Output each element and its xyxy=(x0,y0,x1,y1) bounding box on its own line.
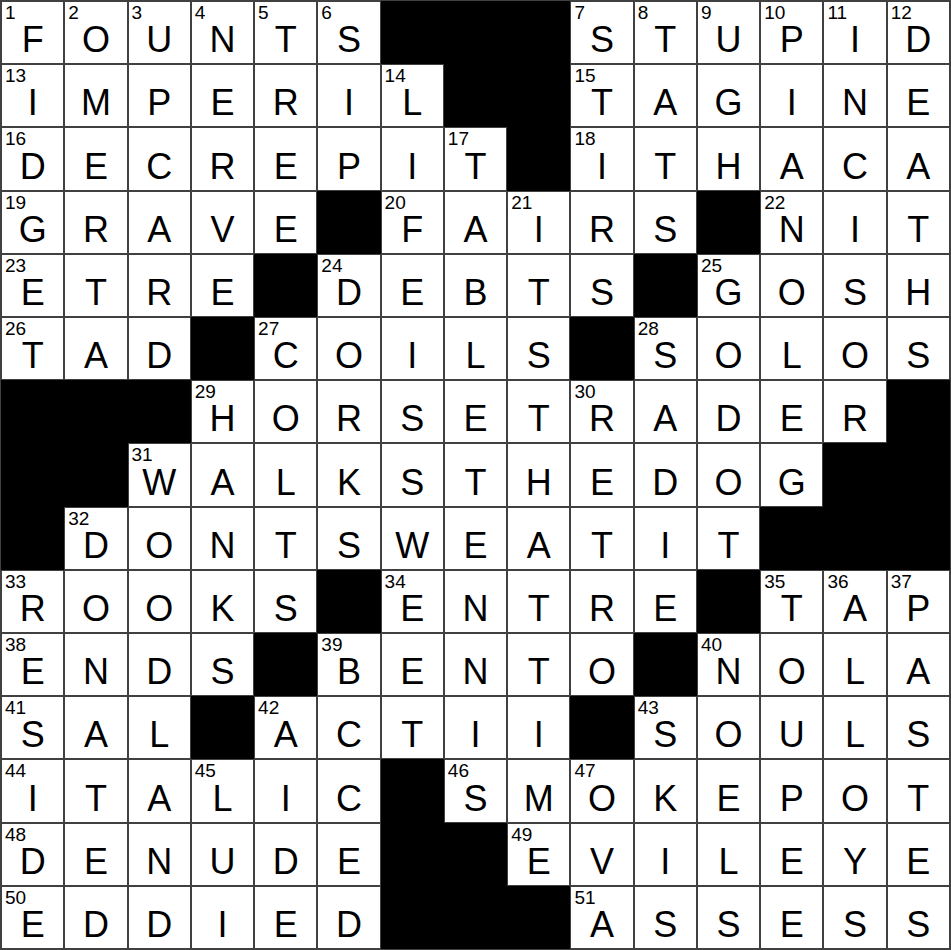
block-r1c8 xyxy=(444,1,507,64)
cell-letter: D xyxy=(255,844,316,880)
cell-letter: D xyxy=(698,401,759,437)
cell-letter: O xyxy=(571,781,632,817)
cell-letter: R xyxy=(129,275,190,311)
block-r9c1 xyxy=(1,507,64,570)
cell-letter: E xyxy=(192,85,253,121)
cell-r12c11[interactable]: 43S xyxy=(634,696,697,759)
cell-letter: T xyxy=(255,22,316,58)
cell-r7c14[interactable]: R xyxy=(823,380,886,443)
cell-r2c2[interactable]: M xyxy=(64,64,127,127)
cell-r12c15[interactable]: S xyxy=(887,696,950,759)
cell-r4c11[interactable]: S xyxy=(634,191,697,254)
cell-r10c3[interactable]: O xyxy=(128,570,191,633)
cell-r14c4[interactable]: U xyxy=(191,823,254,886)
cell-r4c9[interactable]: 21I xyxy=(507,191,570,254)
cell-letter: L xyxy=(698,844,759,880)
cell-letter: I xyxy=(2,781,63,817)
cell-r10c15[interactable]: 37P xyxy=(887,570,950,633)
cell-letter: A xyxy=(192,465,253,501)
clue-number: 4 xyxy=(195,3,206,22)
cell-letter: A xyxy=(571,907,632,943)
cell-r15c6[interactable]: D xyxy=(317,886,380,949)
cell-r9c7[interactable]: W xyxy=(381,507,444,570)
cell-r8c6[interactable]: K xyxy=(317,443,380,506)
cell-r3c7[interactable]: I xyxy=(381,127,444,190)
cell-r15c12[interactable]: S xyxy=(697,886,760,949)
cell-r11c13[interactable]: O xyxy=(760,633,823,696)
cell-letter: C xyxy=(318,717,379,753)
cell-r12c7[interactable]: T xyxy=(381,696,444,759)
cell-r4c1[interactable]: 19G xyxy=(1,191,64,254)
cell-r13c14[interactable]: O xyxy=(823,759,886,822)
cell-r11c3[interactable]: D xyxy=(128,633,191,696)
cell-letter: A xyxy=(65,338,126,374)
cell-r5c14[interactable]: S xyxy=(823,254,886,317)
cell-r3c4[interactable]: R xyxy=(191,127,254,190)
cell-r2c3[interactable]: P xyxy=(128,64,191,127)
cell-r14c9[interactable]: 49E xyxy=(507,823,570,886)
cell-r6c1[interactable]: 26T xyxy=(1,317,64,380)
cell-letter: S xyxy=(571,275,632,311)
cell-r4c13[interactable]: 22N xyxy=(760,191,823,254)
cell-r7c11[interactable]: A xyxy=(634,380,697,443)
cell-r6c12[interactable]: O xyxy=(697,317,760,380)
cell-r11c2[interactable]: N xyxy=(64,633,127,696)
cell-r5c12[interactable]: 25G xyxy=(697,254,760,317)
cell-letter: T xyxy=(761,591,822,627)
cell-letter: P xyxy=(129,85,190,121)
cell-letter: N xyxy=(445,591,506,627)
cell-r8c7[interactable]: S xyxy=(381,443,444,506)
cell-r2c12[interactable]: G xyxy=(697,64,760,127)
cell-letter: A xyxy=(255,717,316,753)
cell-r11c10[interactable]: O xyxy=(570,633,633,696)
cell-r10c2[interactable]: O xyxy=(64,570,127,633)
cell-r13c10[interactable]: 47O xyxy=(570,759,633,822)
cell-r3c14[interactable]: C xyxy=(823,127,886,190)
cell-letter: T xyxy=(508,275,569,311)
cell-r15c13[interactable]: E xyxy=(760,886,823,949)
cell-letter: A xyxy=(888,149,949,185)
cell-r13c6[interactable]: C xyxy=(317,759,380,822)
clue-number: 21 xyxy=(511,193,532,212)
cell-r7c4[interactable]: 29H xyxy=(191,380,254,443)
block-r9c14 xyxy=(823,507,886,570)
block-r7c2 xyxy=(64,380,127,443)
cell-r11c1[interactable]: 38E xyxy=(1,633,64,696)
cell-r2c5[interactable]: R xyxy=(254,64,317,127)
cell-letter: E xyxy=(382,275,443,311)
cell-r13c9[interactable]: M xyxy=(507,759,570,822)
cell-r8c13[interactable]: G xyxy=(760,443,823,506)
cell-letter: S xyxy=(635,338,696,374)
cell-r3c15[interactable]: A xyxy=(887,127,950,190)
cell-r12c12[interactable]: O xyxy=(697,696,760,759)
block-r8c1 xyxy=(1,443,64,506)
cell-r1c14[interactable]: 11I xyxy=(823,1,886,64)
cell-r6c11[interactable]: 28S xyxy=(634,317,697,380)
cell-letter: I xyxy=(382,149,443,185)
cell-letter: L xyxy=(824,654,885,690)
cell-letter: I xyxy=(635,844,696,880)
cell-r13c8[interactable]: 46S xyxy=(444,759,507,822)
cell-r15c10[interactable]: 51A xyxy=(570,886,633,949)
cell-r8c10[interactable]: E xyxy=(570,443,633,506)
cell-r7c13[interactable]: E xyxy=(760,380,823,443)
cell-r9c10[interactable]: T xyxy=(570,507,633,570)
cell-r12c6[interactable]: C xyxy=(317,696,380,759)
cell-r1c15[interactable]: 12D xyxy=(887,1,950,64)
cell-r6c3[interactable]: D xyxy=(128,317,191,380)
cell-r3c11[interactable]: T xyxy=(634,127,697,190)
cell-r11c6[interactable]: 39B xyxy=(317,633,380,696)
cell-r11c12[interactable]: 40N xyxy=(697,633,760,696)
cell-letter: N xyxy=(761,212,822,248)
cell-r10c1[interactable]: 33R xyxy=(1,570,64,633)
cell-r1c13[interactable]: 10P xyxy=(760,1,823,64)
cell-r1c12[interactable]: 9U xyxy=(697,1,760,64)
cell-letter: T xyxy=(445,149,506,185)
cell-letter: E xyxy=(382,591,443,627)
cell-r11c9[interactable]: T xyxy=(507,633,570,696)
cell-r14c15[interactable]: E xyxy=(887,823,950,886)
cell-r10c4[interactable]: K xyxy=(191,570,254,633)
cell-r7c7[interactable]: S xyxy=(381,380,444,443)
cell-r12c1[interactable]: 41S xyxy=(1,696,64,759)
cell-r9c6[interactable]: S xyxy=(317,507,380,570)
cell-letter: I xyxy=(318,85,379,121)
clue-number: 3 xyxy=(132,3,143,22)
cell-letter: T xyxy=(508,401,569,437)
cell-r10c7[interactable]: 34E xyxy=(381,570,444,633)
cell-r6c6[interactable]: O xyxy=(317,317,380,380)
cell-r11c8[interactable]: N xyxy=(444,633,507,696)
cell-r6c15[interactable]: S xyxy=(887,317,950,380)
cell-letter: O xyxy=(698,338,759,374)
cell-r9c2[interactable]: 32D xyxy=(64,507,127,570)
cell-r5c13[interactable]: O xyxy=(760,254,823,317)
cell-letter: E xyxy=(888,844,949,880)
cell-letter: E xyxy=(255,907,316,943)
cell-r8c11[interactable]: D xyxy=(634,443,697,506)
cell-r2c13[interactable]: I xyxy=(760,64,823,127)
cell-r2c10[interactable]: 15T xyxy=(570,64,633,127)
cell-r13c1[interactable]: 44I xyxy=(1,759,64,822)
cell-r7c6[interactable]: R xyxy=(317,380,380,443)
cell-r8c3[interactable]: 31W xyxy=(128,443,191,506)
cell-letter: R xyxy=(318,401,379,437)
cell-r15c1[interactable]: 50E xyxy=(1,886,64,949)
cell-r6c8[interactable]: L xyxy=(444,317,507,380)
cell-r5c2[interactable]: T xyxy=(64,254,127,317)
cell-letter: I xyxy=(192,907,253,943)
block-r11c11 xyxy=(634,633,697,696)
cell-r7c10[interactable]: 30R xyxy=(570,380,633,443)
block-r10c12 xyxy=(697,570,760,633)
cell-r1c5[interactable]: 5T xyxy=(254,1,317,64)
block-r3c9 xyxy=(507,127,570,190)
cell-r5c4[interactable]: E xyxy=(191,254,254,317)
cell-letter: T xyxy=(382,717,443,753)
cell-r12c13[interactable]: U xyxy=(760,696,823,759)
cell-letter: S xyxy=(445,781,506,817)
cell-r15c15[interactable]: S xyxy=(887,886,950,949)
cell-letter: T xyxy=(635,22,696,58)
cell-letter: L xyxy=(129,717,190,753)
cell-r3c2[interactable]: E xyxy=(64,127,127,190)
cell-r1c6[interactable]: 6S xyxy=(317,1,380,64)
cell-r3c5[interactable]: E xyxy=(254,127,317,190)
cell-r3c1[interactable]: 16D xyxy=(1,127,64,190)
cell-r14c10[interactable]: V xyxy=(570,823,633,886)
clue-number: 1 xyxy=(5,3,16,22)
cell-r8c9[interactable]: H xyxy=(507,443,570,506)
cell-r3c6[interactable]: P xyxy=(317,127,380,190)
clue-number: 11 xyxy=(827,3,847,22)
cell-letter: P xyxy=(761,781,822,817)
cell-r11c14[interactable]: L xyxy=(823,633,886,696)
cell-r11c4[interactable]: S xyxy=(191,633,254,696)
cell-r5c7[interactable]: E xyxy=(381,254,444,317)
cell-letter: N xyxy=(192,528,253,564)
cell-r4c2[interactable]: R xyxy=(64,191,127,254)
cell-letter: O xyxy=(129,591,190,627)
cell-r9c11[interactable]: I xyxy=(634,507,697,570)
cell-r14c12[interactable]: L xyxy=(697,823,760,886)
cell-r3c3[interactable]: C xyxy=(128,127,191,190)
cell-letter: A xyxy=(65,717,126,753)
cell-r5c15[interactable]: H xyxy=(887,254,950,317)
cell-r13c3[interactable]: A xyxy=(128,759,191,822)
cell-letter: E xyxy=(571,465,632,501)
cell-r6c5[interactable]: 27C xyxy=(254,317,317,380)
cell-r3c12[interactable]: H xyxy=(697,127,760,190)
cell-r5c6[interactable]: 24D xyxy=(317,254,380,317)
cell-r4c8[interactable]: A xyxy=(444,191,507,254)
cell-r1c10[interactable]: 7S xyxy=(570,1,633,64)
cell-r15c11[interactable]: S xyxy=(634,886,697,949)
cell-letter: E xyxy=(761,844,822,880)
cell-letter: E xyxy=(888,85,949,121)
cell-r2c1[interactable]: 13I xyxy=(1,64,64,127)
cell-r12c5[interactable]: 42A xyxy=(254,696,317,759)
cell-r8c5[interactable]: L xyxy=(254,443,317,506)
cell-letter: C xyxy=(129,149,190,185)
cell-r12c8[interactable]: I xyxy=(444,696,507,759)
cell-r13c12[interactable]: E xyxy=(697,759,760,822)
cell-r6c13[interactable]: L xyxy=(760,317,823,380)
cell-r14c5[interactable]: D xyxy=(254,823,317,886)
cell-letter: E xyxy=(761,907,822,943)
cell-r2c7[interactable]: 14L xyxy=(381,64,444,127)
cell-r9c5[interactable]: T xyxy=(254,507,317,570)
cell-letter: S xyxy=(635,717,696,753)
cell-r3c13[interactable]: A xyxy=(760,127,823,190)
cell-r6c7[interactable]: I xyxy=(381,317,444,380)
cell-r2c4[interactable]: E xyxy=(191,64,254,127)
block-r15c7 xyxy=(381,886,444,949)
clue-number: 6 xyxy=(321,3,332,22)
cell-r4c15[interactable]: T xyxy=(887,191,950,254)
cell-letter: A xyxy=(129,212,190,248)
cell-r6c14[interactable]: O xyxy=(823,317,886,380)
cell-letter: S xyxy=(2,717,63,753)
block-r10c6 xyxy=(317,570,380,633)
cell-r14c11[interactable]: I xyxy=(634,823,697,886)
cell-letter: D xyxy=(888,22,949,58)
cell-r2c15[interactable]: E xyxy=(887,64,950,127)
block-r6c10 xyxy=(570,317,633,380)
cell-letter: A xyxy=(635,401,696,437)
cell-letter: E xyxy=(255,149,316,185)
cell-letter: A xyxy=(129,781,190,817)
block-r2c8 xyxy=(444,64,507,127)
cell-r1c1[interactable]: 1F xyxy=(1,1,64,64)
cell-r7c9[interactable]: T xyxy=(507,380,570,443)
cell-r14c3[interactable]: N xyxy=(128,823,191,886)
cell-r11c7[interactable]: E xyxy=(381,633,444,696)
cell-r10c5[interactable]: S xyxy=(254,570,317,633)
cell-letter: S xyxy=(318,22,379,58)
clue-number: 5 xyxy=(258,3,269,22)
cell-r13c2[interactable]: T xyxy=(64,759,127,822)
cell-r3c8[interactable]: 17T xyxy=(444,127,507,190)
cell-r1c3[interactable]: 3U xyxy=(128,1,191,64)
cell-letter: S xyxy=(318,528,379,564)
cell-r5c8[interactable]: B xyxy=(444,254,507,317)
block-r15c9 xyxy=(507,886,570,949)
cell-r6c9[interactable]: S xyxy=(507,317,570,380)
cell-r13c15[interactable]: T xyxy=(887,759,950,822)
cell-r13c5[interactable]: I xyxy=(254,759,317,822)
cell-letter: Y xyxy=(824,844,885,880)
cell-r9c3[interactable]: O xyxy=(128,507,191,570)
cell-letter: S xyxy=(888,338,949,374)
cell-letter: O xyxy=(65,22,126,58)
cell-letter: B xyxy=(318,654,379,690)
cell-letter: O xyxy=(761,654,822,690)
cell-r15c2[interactable]: D xyxy=(64,886,127,949)
cell-letter: E xyxy=(508,844,569,880)
cell-r12c9[interactable]: I xyxy=(507,696,570,759)
cell-r6c2[interactable]: A xyxy=(64,317,127,380)
cell-letter: D xyxy=(2,844,63,880)
cell-r15c5[interactable]: E xyxy=(254,886,317,949)
cell-letter: R xyxy=(65,212,126,248)
cell-r9c9[interactable]: A xyxy=(507,507,570,570)
cell-letter: V xyxy=(192,212,253,248)
cell-letter: O xyxy=(65,591,126,627)
cell-letter: K xyxy=(192,591,253,627)
cell-letter: C xyxy=(824,149,885,185)
cell-r9c12[interactable]: T xyxy=(697,507,760,570)
cell-letter: U xyxy=(192,844,253,880)
cell-r15c14[interactable]: S xyxy=(823,886,886,949)
cell-r14c13[interactable]: E xyxy=(760,823,823,886)
cell-r2c6[interactable]: I xyxy=(317,64,380,127)
cell-r10c13[interactable]: 35T xyxy=(760,570,823,633)
cell-letter: E xyxy=(255,212,316,248)
cell-r4c10[interactable]: R xyxy=(570,191,633,254)
cell-r10c9[interactable]: T xyxy=(507,570,570,633)
cell-letter: P xyxy=(888,591,949,627)
cell-r5c9[interactable]: T xyxy=(507,254,570,317)
cell-letter: P xyxy=(318,149,379,185)
cell-letter: U xyxy=(761,717,822,753)
cell-r5c1[interactable]: 23E xyxy=(1,254,64,317)
cell-letter: D xyxy=(318,907,379,943)
cell-r2c14[interactable]: N xyxy=(823,64,886,127)
cell-letter: S xyxy=(192,654,253,690)
cell-r14c1[interactable]: 48D xyxy=(1,823,64,886)
cell-r12c3[interactable]: L xyxy=(128,696,191,759)
cell-r5c3[interactable]: R xyxy=(128,254,191,317)
cell-letter: T xyxy=(635,149,696,185)
cell-letter: K xyxy=(318,465,379,501)
cell-letter: E xyxy=(65,844,126,880)
cell-r4c5[interactable]: E xyxy=(254,191,317,254)
cell-letter: A xyxy=(824,591,885,627)
cell-r2c11[interactable]: A xyxy=(634,64,697,127)
cell-r12c2[interactable]: A xyxy=(64,696,127,759)
cell-r10c14[interactable]: 36A xyxy=(823,570,886,633)
cell-r15c3[interactable]: D xyxy=(128,886,191,949)
cell-r1c11[interactable]: 8T xyxy=(634,1,697,64)
cell-letter: G xyxy=(698,85,759,121)
clue-number: 2 xyxy=(68,3,79,22)
cell-r4c4[interactable]: V xyxy=(191,191,254,254)
cell-r8c12[interactable]: O xyxy=(697,443,760,506)
cell-letter: T xyxy=(508,591,569,627)
cell-r9c8[interactable]: E xyxy=(444,507,507,570)
cell-r8c4[interactable]: A xyxy=(191,443,254,506)
cell-r12c14[interactable]: L xyxy=(823,696,886,759)
cell-r10c10[interactable]: R xyxy=(570,570,633,633)
cell-letter: E xyxy=(698,781,759,817)
cell-letter: I xyxy=(508,717,569,753)
cell-r5c10[interactable]: S xyxy=(570,254,633,317)
cell-r10c11[interactable]: E xyxy=(634,570,697,633)
cell-r3c10[interactable]: 18I xyxy=(570,127,633,190)
cell-r15c4[interactable]: I xyxy=(191,886,254,949)
cell-letter: S xyxy=(824,275,885,311)
block-r11c5 xyxy=(254,633,317,696)
cell-r11c15[interactable]: A xyxy=(887,633,950,696)
cell-r13c4[interactable]: 45L xyxy=(191,759,254,822)
cell-r10c8[interactable]: N xyxy=(444,570,507,633)
cell-letter: S xyxy=(255,591,316,627)
block-r7c15 xyxy=(887,380,950,443)
cell-r7c12[interactable]: D xyxy=(697,380,760,443)
cell-r4c3[interactable]: A xyxy=(128,191,191,254)
cell-letter: O xyxy=(824,338,885,374)
block-r4c12 xyxy=(697,191,760,254)
cell-letter: E xyxy=(445,401,506,437)
cell-r13c11[interactable]: K xyxy=(634,759,697,822)
cell-r1c2[interactable]: 2O xyxy=(64,1,127,64)
cell-r7c8[interactable]: E xyxy=(444,380,507,443)
cell-r7c5[interactable]: O xyxy=(254,380,317,443)
cell-r8c8[interactable]: T xyxy=(444,443,507,506)
cell-r14c2[interactable]: E xyxy=(64,823,127,886)
cell-r1c4[interactable]: 4N xyxy=(191,1,254,64)
cell-r9c4[interactable]: N xyxy=(191,507,254,570)
cell-r14c6[interactable]: E xyxy=(317,823,380,886)
cell-r14c14[interactable]: Y xyxy=(823,823,886,886)
cell-r4c7[interactable]: 20F xyxy=(381,191,444,254)
cell-r4c14[interactable]: I xyxy=(823,191,886,254)
cell-r13c13[interactable]: P xyxy=(760,759,823,822)
